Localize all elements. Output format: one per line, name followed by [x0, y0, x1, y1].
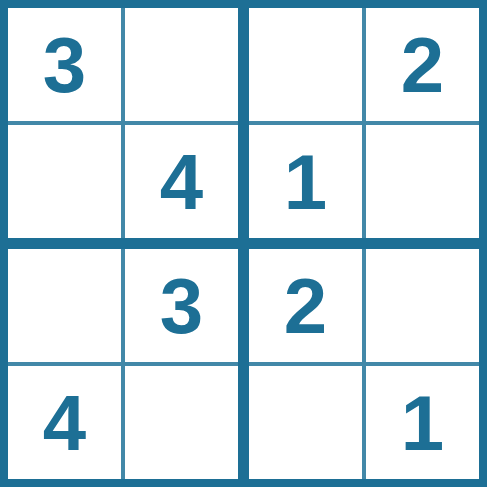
- cell-r3c2: 3: [125, 249, 238, 362]
- cell-r4c3[interactable]: [249, 366, 362, 479]
- cell-r1c3[interactable]: [249, 8, 362, 121]
- cell-r2c2: 4: [125, 125, 238, 238]
- cell-r1c2[interactable]: [125, 8, 238, 121]
- cell-r3c1[interactable]: [8, 249, 121, 362]
- cell-r1c1: 3: [8, 8, 121, 121]
- box-divider-horizontal: [8, 238, 479, 249]
- cell-r4c2[interactable]: [125, 366, 238, 479]
- cell-r3c4[interactable]: [366, 249, 479, 362]
- cell-r2c4[interactable]: [366, 125, 479, 238]
- cell-r2c1[interactable]: [8, 125, 121, 238]
- cell-r3c3: 2: [249, 249, 362, 362]
- cell-r4c4: 1: [366, 366, 479, 479]
- cell-r1c4: 2: [366, 8, 479, 121]
- cell-r2c3: 1: [249, 125, 362, 238]
- cell-r4c1: 4: [8, 366, 121, 479]
- sudoku-board: 3 2 4 1 3 2 4 1: [0, 0, 487, 487]
